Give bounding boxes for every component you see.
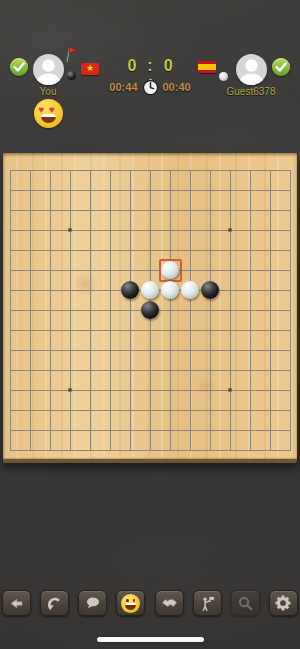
- undo-arrow-icon: [47, 596, 62, 611]
- settings-button[interactable]: [269, 590, 298, 616]
- clock-icon: [142, 78, 159, 96]
- chat-bubble-icon: [85, 596, 101, 610]
- star-point: [220, 380, 240, 400]
- game-screen: ★ You 0 : 0 00:44 00:40: [0, 0, 300, 649]
- spain-flag-icon: [198, 61, 216, 73]
- smiley-icon: [121, 594, 140, 613]
- timers: 00:44 00:40: [75, 78, 225, 96]
- zoom-button: [231, 590, 260, 616]
- draw-offer-button[interactable]: [155, 590, 184, 616]
- black-stone[interactable]: [120, 280, 140, 300]
- white-stone[interactable]: [140, 280, 160, 300]
- resign-flag-person-icon: [200, 596, 215, 611]
- score-left: 0: [127, 57, 136, 75]
- undo-button[interactable]: [40, 590, 69, 616]
- home-indicator[interactable]: [97, 637, 204, 642]
- star-point: [60, 220, 80, 240]
- chat-button[interactable]: [78, 590, 107, 616]
- white-stone[interactable]: [160, 260, 180, 280]
- star-point: [220, 220, 240, 240]
- left-player-connected-check-icon: [10, 58, 28, 76]
- magnifier-icon: [238, 596, 253, 611]
- back-button[interactable]: [2, 590, 31, 616]
- score-separator: :: [147, 57, 152, 75]
- right-player-timer: 00:40: [163, 81, 191, 93]
- white-stone[interactable]: [160, 280, 180, 300]
- score: 0 : 0: [100, 57, 200, 75]
- star-point: [60, 380, 80, 400]
- board-grid[interactable]: [0, 160, 300, 460]
- handshake-icon: [161, 596, 178, 610]
- black-stone[interactable]: [200, 280, 220, 300]
- turn-pennant-icon: [64, 46, 78, 63]
- black-stone[interactable]: [140, 300, 160, 320]
- header: ★ You 0 : 0 00:44 00:40: [0, 0, 300, 150]
- right-player-avatar[interactable]: [236, 54, 267, 85]
- heart-eyes-emoji: ♥ ♥: [34, 99, 63, 128]
- gear-icon: [275, 595, 291, 611]
- left-player-timer: 00:44: [109, 81, 137, 93]
- score-right: 0: [164, 57, 173, 75]
- person-icon: [236, 54, 267, 85]
- gomoku-board[interactable]: [3, 153, 297, 463]
- right-player-name: Guest6378: [211, 86, 291, 97]
- left-player-avatar[interactable]: [33, 54, 64, 85]
- left-player-name: You: [18, 86, 78, 97]
- toolbar: [0, 590, 300, 616]
- person-icon: [33, 54, 64, 85]
- right-player-connected-check-icon: [272, 58, 290, 76]
- resign-button[interactable]: [193, 590, 222, 616]
- right-player-stone-color-icon: [219, 72, 228, 81]
- back-arrow-icon: [9, 597, 24, 610]
- emoji-button[interactable]: [116, 590, 145, 616]
- white-stone[interactable]: [180, 280, 200, 300]
- vietnam-flag-icon: ★: [81, 63, 99, 75]
